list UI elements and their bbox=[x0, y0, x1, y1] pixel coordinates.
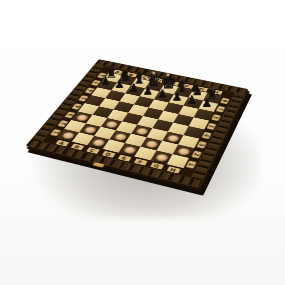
rank-label-right-3: 3 bbox=[197, 141, 207, 149]
file-label-bottom-e: E bbox=[117, 154, 131, 161]
file-label-bottom-c: C bbox=[86, 147, 100, 154]
file-label-bottom-d: D bbox=[102, 150, 116, 157]
crown-finial bbox=[166, 73, 169, 76]
rank-label-right-7: 7 bbox=[216, 106, 225, 113]
rank-label-left-4: 4 bbox=[72, 103, 82, 110]
checker-disc[interactable] bbox=[144, 139, 159, 148]
file-label-bottom-g: G bbox=[150, 162, 164, 169]
rank-label-right-5: 5 bbox=[207, 123, 217, 130]
rank-label-right-4: 4 bbox=[202, 132, 212, 139]
checker-disc[interactable] bbox=[134, 127, 149, 136]
rank-label-right-8: 8 bbox=[220, 97, 229, 103]
black-pawn[interactable]: ♟ bbox=[169, 92, 185, 103]
checker-disc[interactable] bbox=[166, 134, 181, 143]
black-pawn[interactable]: ♟ bbox=[126, 83, 141, 94]
rank-label-right-6: 6 bbox=[211, 114, 221, 121]
checker-disc[interactable] bbox=[154, 153, 169, 162]
black-pawn[interactable]: ♟ bbox=[140, 86, 155, 97]
black-pawn[interactable]: ♟ bbox=[184, 95, 200, 106]
crown-finial bbox=[152, 71, 155, 74]
product-photo-scene: ABCDEFGH8♜♞♝♛♚♝♞♜87♟♟♟♟♟♟♟♟7665544332211… bbox=[0, 0, 285, 285]
black-pawn[interactable]: ♟ bbox=[199, 98, 215, 109]
file-label-bottom-h: H bbox=[166, 166, 180, 173]
black-pawn[interactable]: ♟ bbox=[155, 89, 170, 100]
checker-disc[interactable] bbox=[60, 131, 75, 140]
black-pawn[interactable]: ♟ bbox=[98, 77, 113, 87]
square-b2[interactable] bbox=[79, 123, 101, 135]
file-label-bottom-b: B bbox=[70, 143, 84, 150]
rank-label-right-6-cell: 6 bbox=[209, 112, 223, 123]
rank-label-left-3: 3 bbox=[65, 111, 76, 118]
rank-label-right-2: 2 bbox=[191, 150, 201, 158]
rank-label-right-1: 1 bbox=[186, 160, 197, 168]
black-pawn[interactable]: ♟ bbox=[112, 80, 127, 90]
checker-disc[interactable] bbox=[122, 145, 137, 154]
checker-disc[interactable] bbox=[176, 147, 191, 156]
square-e5[interactable] bbox=[143, 108, 163, 120]
